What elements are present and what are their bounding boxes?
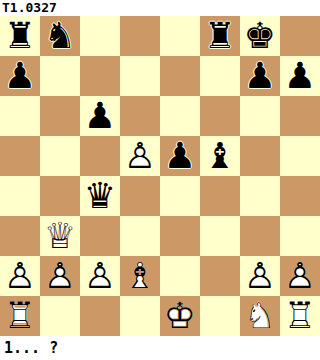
square-b4[interactable]	[40, 176, 80, 216]
square-h3[interactable]	[280, 216, 320, 256]
square-h8[interactable]	[280, 16, 320, 56]
square-a7[interactable]: ♟	[0, 56, 40, 96]
square-g2[interactable]: ♟♙	[240, 256, 280, 296]
square-h5[interactable]	[280, 136, 320, 176]
piece-black-pawn[interactable]: ♟	[280, 56, 320, 96]
white-piece-outline: ♙	[240, 256, 280, 296]
square-h7[interactable]: ♟	[280, 56, 320, 96]
piece-black-pawn[interactable]: ♟	[0, 56, 40, 96]
piece-white-pawn[interactable]: ♟♙	[80, 256, 120, 296]
square-e7[interactable]	[160, 56, 200, 96]
square-a1[interactable]: ♜♖	[0, 296, 40, 336]
square-c6[interactable]: ♟	[80, 96, 120, 136]
square-c2[interactable]: ♟♙	[80, 256, 120, 296]
piece-white-rook[interactable]: ♜♖	[0, 296, 40, 336]
black-piece-glyph: ♝	[200, 136, 240, 176]
square-g7[interactable]: ♟	[240, 56, 280, 96]
title-bar: T1.0327	[0, 0, 320, 16]
square-e1[interactable]: ♚♔	[160, 296, 200, 336]
square-a8[interactable]: ♜	[0, 16, 40, 56]
white-piece-outline: ♙	[80, 256, 120, 296]
square-d3[interactable]	[120, 216, 160, 256]
white-piece-outline: ♖	[0, 296, 40, 336]
square-b3[interactable]: ♛♕	[40, 216, 80, 256]
square-a5[interactable]	[0, 136, 40, 176]
piece-white-rook[interactable]: ♜♖	[280, 296, 320, 336]
piece-white-pawn[interactable]: ♟♙	[280, 256, 320, 296]
black-piece-glyph: ♛	[80, 176, 120, 216]
white-piece-outline: ♘	[240, 296, 280, 336]
black-piece-glyph: ♚	[240, 16, 280, 56]
square-e2[interactable]	[160, 256, 200, 296]
square-d7[interactable]	[120, 56, 160, 96]
square-b8[interactable]: ♞	[40, 16, 80, 56]
square-g4[interactable]	[240, 176, 280, 216]
square-f1[interactable]	[200, 296, 240, 336]
white-piece-outline: ♙	[40, 256, 80, 296]
square-g1[interactable]: ♞♘	[240, 296, 280, 336]
piece-black-bishop[interactable]: ♝	[200, 136, 240, 176]
piece-white-pawn[interactable]: ♟♙	[40, 256, 80, 296]
chess-board: ♜♞♜♚♟♟♟♟♟♙♟♝♛♛♕♟♙♟♙♟♙♝♗♟♙♟♙♜♖♚♔♞♘♜♖	[0, 16, 320, 336]
piece-white-king[interactable]: ♚♔	[160, 296, 200, 336]
piece-white-queen[interactable]: ♛♕	[40, 216, 80, 256]
square-d2[interactable]: ♝♗	[120, 256, 160, 296]
move-prompt: 1... ?	[4, 339, 58, 357]
black-piece-glyph: ♟	[240, 56, 280, 96]
black-piece-glyph: ♜	[200, 16, 240, 56]
white-piece-outline: ♔	[160, 296, 200, 336]
square-c3[interactable]	[80, 216, 120, 256]
square-g3[interactable]	[240, 216, 280, 256]
black-piece-glyph: ♜	[0, 16, 40, 56]
square-d6[interactable]	[120, 96, 160, 136]
move-prompt-bar: 1... ?	[0, 336, 320, 360]
square-f5[interactable]: ♝	[200, 136, 240, 176]
piece-black-pawn[interactable]: ♟	[240, 56, 280, 96]
square-b1[interactable]	[40, 296, 80, 336]
square-g5[interactable]	[240, 136, 280, 176]
square-h6[interactable]	[280, 96, 320, 136]
piece-black-rook[interactable]: ♜	[200, 16, 240, 56]
piece-black-knight[interactable]: ♞	[40, 16, 80, 56]
square-d4[interactable]	[120, 176, 160, 216]
black-piece-glyph: ♟	[80, 96, 120, 136]
piece-white-bishop[interactable]: ♝♗	[120, 256, 160, 296]
square-f3[interactable]	[200, 216, 240, 256]
square-e4[interactable]	[160, 176, 200, 216]
square-d1[interactable]	[120, 296, 160, 336]
square-f7[interactable]	[200, 56, 240, 96]
piece-black-queen[interactable]: ♛	[80, 176, 120, 216]
puzzle-id: T1.0327	[2, 0, 57, 16]
square-f6[interactable]	[200, 96, 240, 136]
square-e8[interactable]	[160, 16, 200, 56]
piece-black-rook[interactable]: ♜	[0, 16, 40, 56]
white-piece-outline: ♗	[120, 256, 160, 296]
piece-white-pawn[interactable]: ♟♙	[120, 136, 160, 176]
white-piece-outline: ♕	[40, 216, 80, 256]
square-g8[interactable]: ♚	[240, 16, 280, 56]
white-piece-outline: ♙	[120, 136, 160, 176]
square-f4[interactable]	[200, 176, 240, 216]
white-piece-outline: ♙	[280, 256, 320, 296]
square-e3[interactable]	[160, 216, 200, 256]
square-c1[interactable]	[80, 296, 120, 336]
square-b6[interactable]	[40, 96, 80, 136]
square-d8[interactable]	[120, 16, 160, 56]
square-b2[interactable]: ♟♙	[40, 256, 80, 296]
square-b7[interactable]	[40, 56, 80, 96]
square-c4[interactable]: ♛	[80, 176, 120, 216]
square-e5[interactable]: ♟	[160, 136, 200, 176]
piece-white-knight[interactable]: ♞♘	[240, 296, 280, 336]
piece-black-pawn[interactable]: ♟	[160, 136, 200, 176]
piece-white-pawn[interactable]: ♟♙	[0, 256, 40, 296]
square-g6[interactable]	[240, 96, 280, 136]
piece-black-king[interactable]: ♚	[240, 16, 280, 56]
square-a3[interactable]	[0, 216, 40, 256]
square-a4[interactable]	[0, 176, 40, 216]
square-c7[interactable]	[80, 56, 120, 96]
black-piece-glyph: ♟	[0, 56, 40, 96]
piece-black-pawn[interactable]: ♟	[80, 96, 120, 136]
square-c8[interactable]	[80, 16, 120, 56]
white-piece-outline: ♖	[280, 296, 320, 336]
black-piece-glyph: ♞	[40, 16, 80, 56]
square-h1[interactable]: ♜♖	[280, 296, 320, 336]
square-f8[interactable]: ♜	[200, 16, 240, 56]
square-d5[interactable]: ♟♙	[120, 136, 160, 176]
square-b5[interactable]	[40, 136, 80, 176]
square-h4[interactable]	[280, 176, 320, 216]
square-a6[interactable]	[0, 96, 40, 136]
black-piece-glyph: ♟	[160, 136, 200, 176]
square-c5[interactable]	[80, 136, 120, 176]
square-e6[interactable]	[160, 96, 200, 136]
white-piece-outline: ♙	[0, 256, 40, 296]
black-piece-glyph: ♟	[280, 56, 320, 96]
square-h2[interactable]: ♟♙	[280, 256, 320, 296]
piece-white-pawn[interactable]: ♟♙	[240, 256, 280, 296]
square-f2[interactable]	[200, 256, 240, 296]
square-a2[interactable]: ♟♙	[0, 256, 40, 296]
